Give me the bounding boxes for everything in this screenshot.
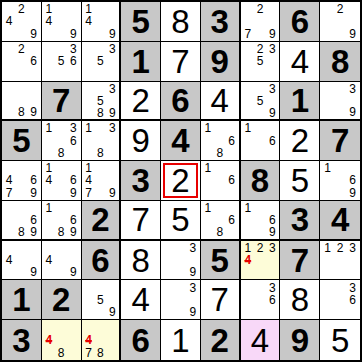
solved-digit: 1: [171, 324, 189, 357]
candidate-6: 6: [226, 214, 238, 226]
cell-r5c3[interactable]: 1479: [82, 161, 122, 201]
candidate-9: 9: [106, 187, 118, 199]
cell-r7c3[interactable]: 6: [82, 241, 122, 281]
pencil-marks: 1689: [43, 202, 80, 238]
pencil-marks: 169: [321, 162, 359, 199]
candidate-4: 4: [43, 174, 55, 186]
cell-r4c2[interactable]: 1368: [42, 121, 82, 161]
candidate-9: 9: [106, 107, 118, 119]
cell-r3c9[interactable]: 39: [320, 82, 360, 122]
cell-r8c3[interactable]: 59: [82, 280, 122, 320]
cell-r5c8[interactable]: 5: [280, 161, 320, 201]
pencil-marks: 123: [321, 242, 359, 279]
cell-r5c9[interactable]: 169: [320, 161, 360, 201]
cell-r9c5[interactable]: 1: [161, 320, 201, 360]
cell-r1c1[interactable]: 249: [2, 2, 42, 42]
pencil-marks: 39: [162, 242, 199, 279]
candidate-5: 5: [94, 95, 106, 107]
cell-r8c9[interactable]: 36: [320, 280, 360, 320]
cell-r1c8[interactable]: 6: [280, 2, 320, 42]
cell-r9c6[interactable]: 2: [201, 320, 241, 360]
cell-r6c5[interactable]: 5: [161, 201, 201, 241]
given-digit: 3: [291, 203, 309, 236]
pencil-marks: 249: [3, 3, 40, 40]
cell-r3c6[interactable]: 4: [201, 82, 241, 122]
solved-digit: 4: [291, 45, 309, 78]
candidate-3: 3: [106, 83, 118, 95]
candidate-9: 9: [28, 28, 40, 40]
candidate-7: 7: [3, 187, 15, 199]
candidate-6: 6: [67, 55, 79, 67]
solved-digit: 8: [132, 244, 150, 277]
cell-r2c3[interactable]: 35: [82, 42, 122, 82]
cell-r2c4[interactable]: 1: [121, 42, 161, 82]
candidate-6: 6: [28, 214, 40, 226]
pencil-marks: 26: [3, 43, 40, 80]
candidate-9: 9: [67, 226, 79, 238]
given-digit: 4: [171, 124, 189, 157]
candidate-2: 2: [15, 43, 27, 55]
candidate-8: 8: [94, 107, 106, 119]
cell-r2c2[interactable]: 356: [42, 42, 82, 82]
candidate-8: 8: [15, 106, 27, 118]
cell-r7c5[interactable]: 39: [161, 241, 201, 281]
given-digit: 1: [12, 283, 30, 316]
cell-r9c7[interactable]: 4: [241, 320, 281, 360]
candidate-6: 6: [346, 294, 359, 306]
cell-r4c1[interactable]: 5: [2, 121, 42, 161]
pencil-marks: 49: [43, 242, 80, 279]
cell-r1c9[interactable]: 29: [320, 2, 360, 42]
candidate-6: 6: [67, 135, 79, 147]
candidate-2: 2: [254, 3, 266, 15]
candidate-6: 6: [226, 135, 238, 147]
candidate-8: 8: [55, 346, 67, 359]
candidate-1: 1: [202, 122, 214, 134]
pencil-marks: 138: [83, 122, 119, 159]
given-digit: 8: [251, 164, 269, 197]
cell-r8c6[interactable]: 7: [201, 280, 241, 320]
cell-r3c7[interactable]: 359: [241, 82, 281, 122]
candidate-5: 5: [254, 95, 266, 107]
cell-r5c4[interactable]: 3: [121, 161, 161, 201]
cell-r3c4[interactable]: 2: [121, 82, 161, 122]
solved-digit: 9: [132, 124, 150, 157]
candidate-3: 3: [346, 242, 359, 254]
given-digit: 2: [91, 203, 109, 236]
cell-r3c2[interactable]: 7: [42, 82, 82, 122]
candidate-5: 5: [55, 55, 67, 67]
pencil-marks: 49: [3, 242, 40, 279]
given-digit: 2: [52, 283, 70, 316]
given-digit: 6: [91, 244, 109, 277]
cell-r7c8[interactable]: 7: [280, 241, 320, 281]
cell-r6c3[interactable]: 2: [82, 201, 122, 241]
cell-r2c1[interactable]: 26: [2, 42, 42, 82]
cell-r6c8[interactable]: 3: [280, 201, 320, 241]
cell-r7c4[interactable]: 8: [121, 241, 161, 281]
pencil-marks: 16: [202, 162, 238, 199]
cell-r4c8[interactable]: 2: [280, 121, 320, 161]
given-digit: 6: [171, 84, 189, 117]
candidate-9: 9: [187, 266, 199, 278]
candidate-1: 1: [43, 202, 55, 214]
candidate-1: 1: [321, 162, 334, 174]
candidate-6: 6: [67, 174, 79, 186]
candidate-1: 1: [321, 242, 334, 254]
candidate-9: 9: [28, 187, 40, 199]
pencil-marks: 478: [83, 321, 119, 359]
cell-r1c2[interactable]: 149: [42, 2, 82, 42]
candidate-3: 3: [266, 281, 278, 293]
cell-r1c5[interactable]: 8: [161, 2, 201, 42]
candidate-1: 1: [242, 202, 254, 214]
eliminated-candidate-4: 4: [43, 334, 55, 347]
candidate-2: 2: [254, 242, 266, 254]
cell-r6c4[interactable]: 7: [121, 201, 161, 241]
candidate-2: 2: [334, 3, 347, 15]
candidate-6: 6: [226, 174, 238, 186]
pencil-marks: 89: [3, 83, 40, 119]
pencil-marks: 149: [83, 3, 119, 40]
candidate-9: 9: [346, 28, 359, 40]
candidate-4: 4: [43, 254, 55, 266]
given-digit: 6: [291, 5, 309, 38]
pencil-marks: 36: [242, 281, 279, 318]
cell-r6c7[interactable]: 169: [241, 201, 281, 241]
cell-r4c6[interactable]: 168: [201, 121, 241, 161]
cell-r3c8[interactable]: 1: [280, 82, 320, 122]
candidate-9: 9: [266, 28, 278, 40]
pencil-marks: 39: [162, 281, 199, 318]
given-digit: 1: [291, 84, 309, 117]
pencil-marks: 39: [321, 83, 359, 119]
pencil-marks: 1479: [83, 162, 119, 199]
given-digit: 3: [12, 324, 30, 357]
given-digit: 5: [132, 5, 150, 38]
given-digit: 9: [211, 45, 229, 78]
cell-r1c7[interactable]: 279: [241, 2, 281, 42]
given-digit: 8: [331, 45, 349, 78]
pencil-marks: 1469: [43, 162, 80, 199]
cell-r9c2[interactable]: 48: [42, 320, 82, 360]
candidate-6: 6: [266, 294, 278, 306]
candidate-5: 5: [94, 294, 106, 306]
cell-r5c5[interactable]: 2: [161, 161, 201, 201]
candidate-9: 9: [28, 226, 40, 238]
given-digit: 7: [52, 84, 70, 117]
candidate-6: 6: [266, 135, 278, 147]
candidate-7: 7: [242, 28, 254, 40]
cell-r1c6[interactable]: 3: [201, 2, 241, 42]
pencil-marks: 168: [202, 122, 238, 159]
pencil-marks: 279: [242, 3, 279, 40]
cell-r2c6[interactable]: 9: [201, 42, 241, 82]
candidate-5: 5: [94, 55, 106, 67]
candidate-9: 9: [67, 266, 79, 278]
cell-r3c5[interactable]: 6: [161, 82, 201, 122]
cell-r8c2[interactable]: 2: [42, 280, 82, 320]
pencil-marks: 16: [242, 122, 279, 159]
candidate-6: 6: [346, 174, 359, 186]
candidate-4: 4: [83, 15, 95, 27]
candidate-8: 8: [214, 226, 226, 238]
solved-digit: 7: [132, 203, 150, 236]
candidate-2: 2: [334, 242, 347, 254]
cell-r3c3[interactable]: 3589: [82, 82, 122, 122]
pencil-marks: 359: [242, 83, 279, 119]
cell-r4c5[interactable]: 4: [161, 121, 201, 161]
cell-r5c1[interactable]: 4679: [2, 161, 42, 201]
cell-r2c8[interactable]: 4: [280, 42, 320, 82]
cell-r8c5[interactable]: 39: [161, 280, 201, 320]
eliminated-candidate-4: 4: [242, 254, 254, 266]
cell-r7c1[interactable]: 49: [2, 241, 42, 281]
solved-digit: 8: [171, 5, 189, 38]
candidate-1: 1: [83, 122, 95, 134]
candidate-1: 1: [202, 202, 214, 214]
candidate-8: 8: [214, 147, 226, 159]
pencil-marks: 1368: [43, 122, 80, 159]
solved-digit: 7: [171, 45, 189, 78]
candidate-4: 4: [83, 174, 95, 186]
given-digit: 3: [211, 5, 229, 38]
cell-r5c7[interactable]: 8: [241, 161, 281, 201]
pencil-marks: 48: [43, 321, 80, 359]
given-digit: 2: [211, 324, 229, 357]
candidate-9: 9: [67, 187, 79, 199]
given-digit: 5: [12, 124, 30, 157]
cell-r8c1[interactable]: 1: [2, 280, 42, 320]
cell-r2c5[interactable]: 7: [161, 42, 201, 82]
candidate-9: 9: [67, 28, 79, 40]
candidate-9: 9: [187, 306, 199, 318]
cell-r6c2[interactable]: 1689: [42, 201, 82, 241]
cell-r4c4[interactable]: 9: [121, 121, 161, 161]
cell-r9c1[interactable]: 3: [2, 320, 42, 360]
cell-r7c9[interactable]: 123: [320, 241, 360, 281]
pencil-marks: 169: [242, 202, 279, 238]
candidate-7: 7: [83, 187, 95, 199]
pencil-marks: 59: [83, 281, 119, 318]
sudoku-board: 2491491495832796292635635179235488973589…: [0, 0, 362, 362]
candidate-1: 1: [242, 122, 254, 134]
cell-r8c7[interactable]: 36: [241, 280, 281, 320]
pencil-marks: 149: [43, 3, 80, 40]
pencil-marks: 29: [321, 3, 359, 40]
candidate-3: 3: [67, 122, 79, 134]
solved-digit: 5: [171, 203, 189, 236]
solved-digit: 2: [171, 164, 189, 197]
candidate-9: 9: [346, 106, 359, 118]
solved-digit: 2: [132, 84, 150, 117]
given-digit: 4: [331, 203, 349, 236]
cell-r1c4[interactable]: 5: [121, 2, 161, 42]
candidate-3: 3: [106, 43, 118, 55]
candidate-4: 4: [3, 174, 15, 186]
cell-r8c8[interactable]: 8: [280, 280, 320, 320]
given-digit: 6: [132, 324, 150, 357]
cell-r9c3[interactable]: 478: [82, 320, 122, 360]
solved-digit: 7: [211, 283, 229, 316]
solved-digit: 2: [291, 124, 309, 157]
candidate-9: 9: [106, 28, 118, 40]
solved-digit: 5: [331, 324, 349, 357]
candidate-9: 9: [106, 306, 118, 318]
candidate-3: 3: [266, 83, 278, 95]
pencil-marks: 168: [202, 202, 238, 238]
candidate-8: 8: [94, 147, 106, 159]
candidate-3: 3: [106, 122, 118, 134]
solved-digit: 8: [291, 283, 309, 316]
cell-r6c6[interactable]: 168: [201, 201, 241, 241]
candidate-2: 2: [15, 3, 27, 15]
candidate-1: 1: [43, 122, 55, 134]
pencil-marks: 4679: [3, 162, 40, 199]
candidate-9: 9: [266, 226, 278, 238]
candidate-4: 4: [3, 254, 15, 266]
candidate-3: 3: [187, 242, 199, 254]
solved-digit: 4: [132, 283, 150, 316]
candidate-6: 6: [28, 174, 40, 186]
candidate-9: 9: [346, 187, 359, 199]
given-digit: 5: [211, 244, 229, 277]
pencil-marks: 235: [242, 43, 279, 80]
given-digit: 7: [331, 124, 349, 157]
cell-r7c7[interactable]: 1234: [241, 241, 281, 281]
cell-r5c6[interactable]: 16: [201, 161, 241, 201]
given-digit: 1: [132, 45, 150, 78]
cell-r6c9[interactable]: 4: [320, 201, 360, 241]
candidate-9: 9: [28, 106, 40, 118]
cell-r3c1[interactable]: 89: [2, 82, 42, 122]
cell-r9c4[interactable]: 6: [121, 320, 161, 360]
candidate-8: 8: [55, 147, 67, 159]
candidate-1: 1: [202, 162, 214, 174]
cell-r4c7[interactable]: 16: [241, 121, 281, 161]
cell-r2c9[interactable]: 8: [320, 42, 360, 82]
given-digit: 3: [132, 164, 150, 197]
candidate-8: 8: [55, 226, 67, 238]
candidate-5: 5: [254, 55, 266, 67]
pencil-marks: 36: [321, 281, 359, 318]
cell-r7c6[interactable]: 5: [201, 241, 241, 281]
candidate-3: 3: [346, 281, 359, 293]
candidate-3: 3: [266, 43, 278, 55]
cell-r6c1[interactable]: 689: [2, 201, 42, 241]
candidate-9: 9: [266, 107, 278, 119]
cell-r8c4[interactable]: 4: [121, 280, 161, 320]
candidate-4: 4: [3, 15, 15, 27]
candidate-6: 6: [28, 55, 40, 67]
cell-r5c2[interactable]: 1469: [42, 161, 82, 201]
candidate-3: 3: [346, 83, 359, 95]
candidate-8: 8: [94, 346, 106, 359]
given-digit: 7: [291, 244, 309, 277]
pencil-marks: 35: [83, 43, 119, 80]
candidate-9: 9: [28, 266, 40, 278]
cell-r2c7[interactable]: 235: [241, 42, 281, 82]
solved-digit: 4: [251, 324, 269, 357]
eliminated-candidate-4: 4: [83, 334, 95, 347]
cell-r9c8[interactable]: 9: [280, 320, 320, 360]
cell-r4c9[interactable]: 7: [320, 121, 360, 161]
pencil-marks: 689: [3, 202, 40, 238]
cell-r4c3[interactable]: 138: [82, 121, 122, 161]
cell-r9c9[interactable]: 5: [320, 320, 360, 360]
pencil-marks: 3589: [83, 83, 119, 119]
cell-r1c3[interactable]: 149: [82, 2, 122, 42]
cell-r7c2[interactable]: 49: [42, 241, 82, 281]
candidate-4: 4: [43, 15, 55, 27]
pencil-marks: 356: [43, 43, 80, 80]
given-digit: 9: [291, 324, 309, 357]
pencil-marks: 1234: [242, 242, 279, 279]
solved-digit: 5: [291, 164, 309, 197]
candidate-7: 7: [83, 346, 95, 359]
candidate-3: 3: [187, 281, 199, 293]
candidate-8: 8: [15, 226, 27, 238]
solved-digit: 4: [211, 84, 229, 117]
candidate-3: 3: [266, 242, 278, 254]
